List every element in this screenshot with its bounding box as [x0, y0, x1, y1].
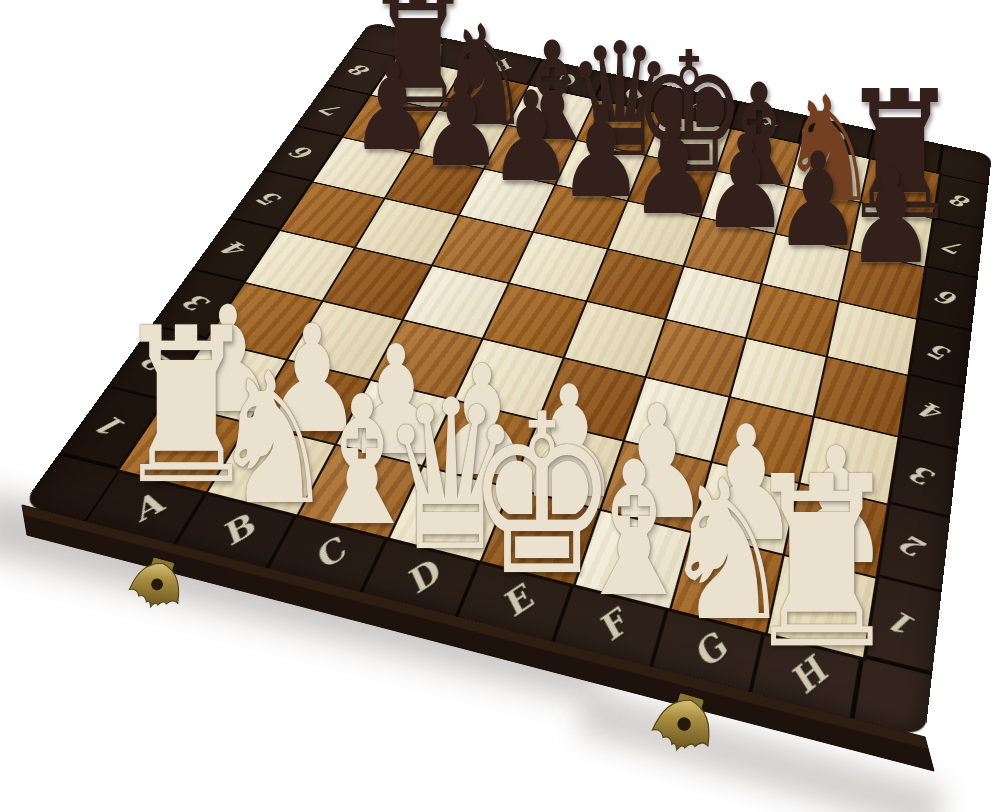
- photo-stage: AABBCCDDEEFFGGHH1122334455667788 ♜♞♝♛♚♝♞…: [0, 0, 1000, 812]
